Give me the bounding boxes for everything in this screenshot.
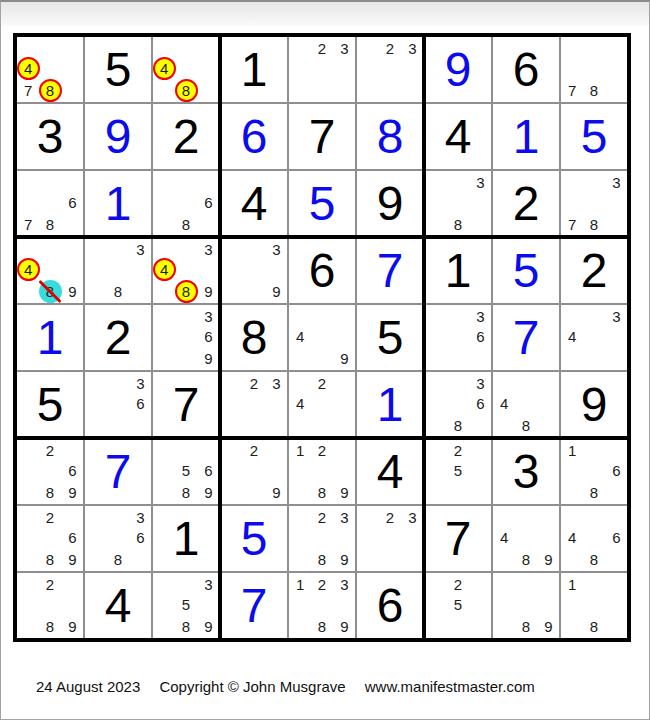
cell-r6c4[interactable]: 23 — [221, 372, 287, 437]
candidate: 6 — [197, 459, 220, 482]
candidate: 3 — [605, 171, 628, 194]
candidate-highlighted: 4 — [17, 57, 40, 80]
sudoku-board: 4785481232396783926784156781684593823784… — [13, 33, 631, 642]
candidate: 1 — [289, 573, 312, 596]
cell-r7c9[interactable]: 168 — [561, 439, 627, 504]
cell-r5c5[interactable]: 49 — [289, 305, 355, 370]
cell-r4c1[interactable]: 489 — [17, 238, 83, 303]
candidate: 2 — [39, 506, 62, 529]
cell-r6c9[interactable]: 9 — [561, 372, 627, 437]
given-digit: 7 — [153, 372, 219, 437]
cell-r8c9[interactable]: 468 — [561, 506, 627, 571]
footer-copyright: Copyright © John Musgrave — [159, 678, 345, 695]
cell-r3c5[interactable]: 5 — [289, 171, 355, 236]
cell-r3c4[interactable]: 4 — [221, 171, 287, 236]
candidate: 3 — [265, 238, 288, 261]
cell-r9c8[interactable]: 89 — [493, 573, 559, 638]
candidate: 3 — [605, 305, 628, 328]
cell-r4c2[interactable]: 38 — [85, 238, 151, 303]
cell-r6c6[interactable]: 1 — [357, 372, 423, 437]
candidate: 9 — [61, 615, 84, 638]
candidate: 8 — [175, 481, 198, 504]
candidate: 9 — [61, 280, 84, 303]
candidate: 6 — [469, 392, 492, 415]
candidate: 8 — [107, 548, 130, 571]
cell-r7c3[interactable]: 5689 — [153, 439, 219, 504]
candidate: 2 — [311, 439, 334, 462]
candidate: 3 — [401, 506, 424, 529]
candidate: 8 — [583, 615, 606, 638]
solved-digit: 9 — [425, 37, 491, 102]
cell-r4c5[interactable]: 6 — [289, 238, 355, 303]
given-digit: 6 — [357, 573, 423, 638]
candidate: 8 — [583, 481, 606, 504]
candidate: 5 — [447, 459, 470, 482]
cell-r6c1[interactable]: 5 — [17, 372, 83, 437]
solved-digit: 7 — [85, 439, 151, 504]
cell-r2c6[interactable]: 8 — [357, 104, 423, 169]
cell-r1c3[interactable]: 48 — [153, 37, 219, 102]
candidate: 8 — [39, 548, 62, 571]
candidate-eliminated: 8 — [39, 280, 62, 303]
candidate: 8 — [515, 615, 538, 638]
cell-r1c9[interactable]: 78 — [561, 37, 627, 102]
solved-digit: 5 — [493, 238, 559, 303]
candidate: 2 — [311, 37, 334, 60]
candidate: 4 — [289, 392, 312, 415]
candidate: 2 — [379, 506, 402, 529]
candidate: 4 — [561, 325, 584, 348]
solved-digit: 1 — [85, 171, 151, 236]
cell-r3c9[interactable]: 378 — [561, 171, 627, 236]
candidate: 8 — [175, 615, 198, 638]
cell-r4c6[interactable]: 7 — [357, 238, 423, 303]
footer-date: 24 August 2023 — [36, 678, 140, 695]
candidate: 1 — [561, 439, 584, 462]
given-digit: 9 — [561, 372, 627, 437]
candidate: 3 — [333, 37, 356, 60]
candidate: 2 — [311, 506, 334, 529]
candidate: 7 — [17, 213, 40, 236]
candidate: 2 — [379, 37, 402, 60]
box-border-vertical-right — [422, 37, 426, 638]
cell-r8c2[interactable]: 368 — [85, 506, 151, 571]
cell-r7c4[interactable]: 29 — [221, 439, 287, 504]
given-digit: 7 — [425, 506, 491, 571]
candidate: 8 — [447, 213, 470, 236]
candidate: 7 — [17, 79, 40, 102]
cell-r8c1[interactable]: 2689 — [17, 506, 83, 571]
cell-r8c6[interactable]: 23 — [357, 506, 423, 571]
cell-r4c4[interactable]: 39 — [221, 238, 287, 303]
candidate: 8 — [311, 615, 334, 638]
cell-r2c3[interactable]: 2 — [153, 104, 219, 169]
cell-r9c4[interactable]: 7 — [221, 573, 287, 638]
cell-r1c8[interactable]: 6 — [493, 37, 559, 102]
given-digit: 7 — [289, 104, 355, 169]
candidate: 6 — [61, 459, 84, 482]
solved-digit: 7 — [493, 305, 559, 370]
candidate: 9 — [265, 481, 288, 504]
solved-digit: 6 — [221, 104, 287, 169]
candidate: 6 — [197, 325, 220, 348]
candidate: 1 — [561, 573, 584, 596]
candidate: 8 — [39, 481, 62, 504]
candidate: 8 — [515, 414, 538, 437]
candidate: 8 — [39, 213, 62, 236]
cell-r7c1[interactable]: 2689 — [17, 439, 83, 504]
cell-r2c2[interactable]: 9 — [85, 104, 151, 169]
cell-r3c2[interactable]: 1 — [85, 171, 151, 236]
solved-digit: 1 — [17, 305, 83, 370]
candidate: 9 — [333, 347, 356, 370]
window-titlebar — [1, 2, 649, 26]
solved-digit: 7 — [357, 238, 423, 303]
cell-r6c8[interactable]: 48 — [493, 372, 559, 437]
candidate: 5 — [175, 593, 198, 616]
solved-digit: 5 — [289, 171, 355, 236]
cell-r2c4[interactable]: 6 — [221, 104, 287, 169]
given-digit: 5 — [357, 305, 423, 370]
cell-r9c2[interactable]: 4 — [85, 573, 151, 638]
candidate: 3 — [333, 506, 356, 529]
cell-r4c9[interactable]: 2 — [561, 238, 627, 303]
candidate: 2 — [311, 372, 334, 395]
candidate: 6 — [129, 392, 152, 415]
candidate: 3 — [469, 171, 492, 194]
candidate: 4 — [493, 392, 516, 415]
cell-r9c9[interactable]: 18 — [561, 573, 627, 638]
cell-r7c8[interactable]: 3 — [493, 439, 559, 504]
candidate: 4 — [493, 526, 516, 549]
cell-r4c3[interactable]: 3489 — [153, 238, 219, 303]
given-digit: 5 — [85, 37, 151, 102]
solved-digit: 9 — [85, 104, 151, 169]
candidate: 9 — [333, 615, 356, 638]
candidate: 9 — [265, 280, 288, 303]
given-digit: 2 — [561, 238, 627, 303]
given-digit: 4 — [85, 573, 151, 638]
cell-r3c1[interactable]: 678 — [17, 171, 83, 236]
cell-r5c7[interactable]: 36 — [425, 305, 491, 370]
cell-r6c2[interactable]: 36 — [85, 372, 151, 437]
given-digit: 1 — [425, 238, 491, 303]
candidate: 8 — [515, 548, 538, 571]
candidate: 8 — [583, 79, 606, 102]
cell-r9c3[interactable]: 3589 — [153, 573, 219, 638]
solved-digit: 7 — [221, 573, 287, 638]
candidate: 2 — [39, 573, 62, 596]
candidate: 6 — [605, 459, 628, 482]
candidate: 3 — [197, 573, 220, 596]
candidate: 9 — [61, 481, 84, 504]
given-digit: 3 — [493, 439, 559, 504]
candidate: 9 — [333, 548, 356, 571]
cell-r3c8[interactable]: 2 — [493, 171, 559, 236]
candidate: 3 — [401, 37, 424, 60]
cell-r8c3[interactable]: 1 — [153, 506, 219, 571]
cell-r5c8[interactable]: 7 — [493, 305, 559, 370]
candidate: 9 — [197, 481, 220, 504]
candidate: 3 — [333, 573, 356, 596]
solved-digit: 1 — [357, 372, 423, 437]
candidate: 6 — [197, 191, 220, 214]
candidate: 9 — [333, 481, 356, 504]
candidate: 8 — [583, 213, 606, 236]
footer: 24 August 2023 Copyright © John Musgrave… — [36, 678, 550, 695]
cell-r9c5[interactable]: 12389 — [289, 573, 355, 638]
cell-r8c7[interactable]: 7 — [425, 506, 491, 571]
cell-r4c8[interactable]: 5 — [493, 238, 559, 303]
candidate-highlighted: 4 — [153, 57, 176, 80]
window: 4785481232396783926784156781684593823784… — [0, 0, 650, 720]
cell-r5c2[interactable]: 2 — [85, 305, 151, 370]
cell-r5c3[interactable]: 369 — [153, 305, 219, 370]
cell-r8c4[interactable]: 5 — [221, 506, 287, 571]
cell-r7c5[interactable]: 1289 — [289, 439, 355, 504]
cell-r3c3[interactable]: 68 — [153, 171, 219, 236]
candidate: 8 — [311, 481, 334, 504]
cell-r5c1[interactable]: 1 — [17, 305, 83, 370]
cell-r9c7[interactable]: 25 — [425, 573, 491, 638]
cell-r1c6[interactable]: 23 — [357, 37, 423, 102]
cell-r4c7[interactable]: 1 — [425, 238, 491, 303]
candidate: 6 — [469, 325, 492, 348]
cell-r8c5[interactable]: 2389 — [289, 506, 355, 571]
candidate-highlighted: 4 — [153, 258, 176, 281]
cell-r1c7[interactable]: 9 — [425, 37, 491, 102]
cell-r6c7[interactable]: 368 — [425, 372, 491, 437]
candidate: 7 — [561, 213, 584, 236]
box-border-horizontal-top — [17, 235, 627, 239]
elimination-slash-icon — [38, 280, 61, 303]
cell-r7c6[interactable]: 4 — [357, 439, 423, 504]
candidate: 6 — [61, 191, 84, 214]
candidate: 2 — [243, 372, 266, 395]
candidate-highlighted: 8 — [175, 79, 198, 102]
given-digit: 5 — [17, 372, 83, 437]
candidate: 2 — [243, 439, 266, 462]
candidate: 7 — [561, 79, 584, 102]
candidate: 2 — [39, 439, 62, 462]
cell-r2c9[interactable]: 5 — [561, 104, 627, 169]
candidate: 4 — [561, 526, 584, 549]
cell-r3c6[interactable]: 9 — [357, 171, 423, 236]
candidate-highlighted: 8 — [175, 280, 198, 303]
candidate: 9 — [197, 347, 220, 370]
cell-r8c8[interactable]: 489 — [493, 506, 559, 571]
cell-r7c2[interactable]: 7 — [85, 439, 151, 504]
cell-r5c6[interactable]: 5 — [357, 305, 423, 370]
cell-r5c9[interactable]: 34 — [561, 305, 627, 370]
candidate: 9 — [197, 280, 220, 303]
solved-digit: 8 — [357, 104, 423, 169]
candidate: 3 — [197, 238, 220, 261]
cell-r1c5[interactable]: 23 — [289, 37, 355, 102]
given-digit: 3 — [17, 104, 83, 169]
cell-r9c6[interactable]: 6 — [357, 573, 423, 638]
solved-digit: 5 — [221, 506, 287, 571]
cell-r2c1[interactable]: 3 — [17, 104, 83, 169]
given-digit: 2 — [153, 104, 219, 169]
given-digit: 6 — [493, 37, 559, 102]
given-digit: 2 — [85, 305, 151, 370]
given-digit: 4 — [221, 171, 287, 236]
cell-r7c7[interactable]: 25 — [425, 439, 491, 504]
candidate: 5 — [447, 593, 470, 616]
given-digit: 8 — [221, 305, 287, 370]
cell-r3c7[interactable]: 38 — [425, 171, 491, 236]
cell-r6c3[interactable]: 7 — [153, 372, 219, 437]
candidate: 6 — [129, 526, 152, 549]
cell-r2c7[interactable]: 4 — [425, 104, 491, 169]
given-digit: 4 — [357, 439, 423, 504]
candidate: 9 — [197, 615, 220, 638]
candidate: 8 — [311, 548, 334, 571]
candidate-highlighted: 8 — [39, 79, 62, 102]
candidate: 8 — [107, 280, 130, 303]
cell-r5c4[interactable]: 8 — [221, 305, 287, 370]
candidate: 8 — [39, 615, 62, 638]
given-digit: 2 — [493, 171, 559, 236]
solved-digit: 1 — [493, 104, 559, 169]
candidate: 9 — [537, 615, 560, 638]
cell-r1c1[interactable]: 478 — [17, 37, 83, 102]
solved-digit: 5 — [561, 104, 627, 169]
given-digit: 1 — [221, 37, 287, 102]
candidate: 8 — [447, 414, 470, 437]
candidate: 4 — [289, 325, 312, 348]
footer-website: www.manifestmaster.com — [365, 678, 535, 695]
candidate: 5 — [175, 459, 198, 482]
given-digit: 4 — [425, 104, 491, 169]
cell-r6c5[interactable]: 24 — [289, 372, 355, 437]
candidate: 3 — [129, 238, 152, 261]
candidate: 8 — [175, 213, 198, 236]
candidate: 2 — [311, 573, 334, 596]
candidate: 1 — [289, 439, 312, 462]
candidate: 3 — [265, 372, 288, 395]
given-digit: 6 — [289, 238, 355, 303]
candidate-highlighted: 4 — [17, 258, 40, 281]
cell-r9c1[interactable]: 289 — [17, 573, 83, 638]
candidate: 6 — [605, 526, 628, 549]
given-digit: 1 — [153, 506, 219, 571]
cell-r1c2[interactable]: 5 — [85, 37, 151, 102]
candidate: 9 — [537, 548, 560, 571]
cell-r2c8[interactable]: 1 — [493, 104, 559, 169]
given-digit: 9 — [357, 171, 423, 236]
candidate: 8 — [583, 548, 606, 571]
cell-r1c4[interactable]: 1 — [221, 37, 287, 102]
cell-r2c5[interactable]: 7 — [289, 104, 355, 169]
candidate: 6 — [61, 526, 84, 549]
candidate: 9 — [61, 548, 84, 571]
